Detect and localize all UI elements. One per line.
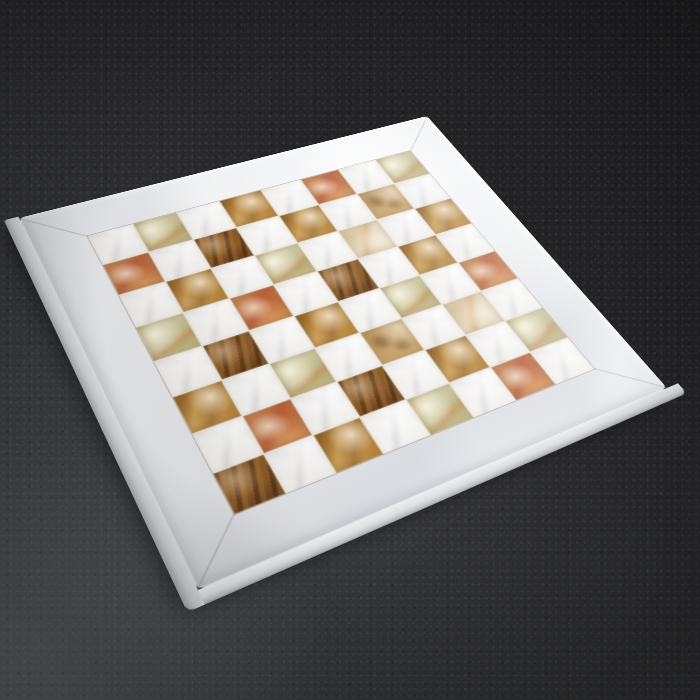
table-surface: [0, 0, 700, 700]
miter-seam-top-right: [410, 116, 428, 151]
miter-seam-top-left: [18, 218, 87, 237]
chess-board: [19, 116, 667, 590]
miter-seam-bottom-right: [594, 368, 667, 388]
board-frame: [19, 116, 667, 590]
